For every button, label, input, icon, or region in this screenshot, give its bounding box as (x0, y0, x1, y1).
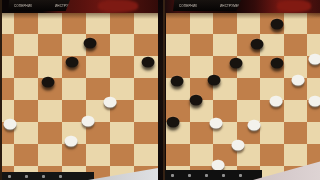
square[interactable] (110, 34, 134, 56)
menu-item-opponent[interactable]: СОПЕРНИК (179, 4, 197, 7)
square[interactable] (14, 144, 38, 166)
checker-piece-white[interactable]: ● (302, 92, 320, 108)
square[interactable] (134, 144, 158, 166)
right-top-background: СОПЕРНИК ИНСТРУМЕНТЫ (165, 0, 320, 13)
square[interactable] (190, 12, 214, 34)
square[interactable] (190, 34, 214, 56)
checker-piece-black[interactable]: ● (59, 53, 85, 69)
square[interactable] (14, 34, 38, 56)
square[interactable] (0, 56, 14, 78)
menu-item-opponent[interactable]: СОПЕРНИК (14, 4, 32, 7)
square[interactable] (237, 78, 261, 100)
left-bottom-bar (2, 172, 94, 180)
checker-piece-black[interactable]: ● (35, 73, 61, 89)
checker-piece-black[interactable]: ● (264, 54, 290, 70)
square[interactable] (284, 144, 308, 166)
square[interactable] (38, 100, 62, 122)
square[interactable] (86, 144, 110, 166)
background-red-shape (277, 0, 311, 12)
square[interactable] (110, 12, 134, 34)
menu-item-tools[interactable]: ИНСТРУМЕНТЫ (55, 4, 80, 7)
square[interactable] (86, 56, 110, 78)
square[interactable] (0, 34, 14, 56)
square[interactable] (307, 122, 320, 144)
checker-piece-white[interactable]: ● (58, 132, 84, 148)
square[interactable] (110, 166, 134, 180)
right-menu-bar: СОПЕРНИК ИНСТРУМЕНТЫ (173, 0, 241, 11)
checker-piece-black[interactable]: ● (183, 91, 209, 107)
square[interactable] (62, 78, 86, 100)
square[interactable] (307, 166, 320, 180)
square[interactable] (110, 56, 134, 78)
checker-piece-white[interactable]: ● (97, 93, 123, 109)
square[interactable] (260, 166, 284, 180)
taskbar-mark-icon (222, 174, 225, 177)
checker-piece-white[interactable]: ● (302, 50, 320, 66)
square[interactable] (0, 12, 14, 34)
square[interactable] (134, 78, 158, 100)
square[interactable] (134, 12, 158, 34)
square[interactable] (284, 166, 308, 180)
square[interactable] (14, 12, 38, 34)
checker-piece-black[interactable]: ● (244, 35, 270, 51)
square[interactable] (134, 166, 158, 180)
checker-piece-black[interactable]: ● (223, 54, 249, 70)
square[interactable] (0, 78, 14, 100)
square[interactable] (166, 144, 190, 166)
right-game-window: ●●●●●●●●●●●●●●●● СОПЕРНИК ИНСТРУМЕНТЫ (163, 0, 320, 180)
square[interactable] (110, 144, 134, 166)
taskbar-mark-icon (171, 174, 174, 177)
taskbar-mark-icon (205, 174, 208, 177)
checker-piece-white[interactable]: ● (0, 115, 23, 131)
checker-piece-white[interactable]: ● (285, 71, 311, 87)
square[interactable] (38, 12, 62, 34)
square[interactable] (166, 12, 190, 34)
square[interactable] (307, 144, 320, 166)
square[interactable] (307, 12, 320, 34)
left-menu-bar: СОПЕРНИК ИНСТРУМЕНТЫ (8, 0, 70, 11)
checker-piece-black[interactable]: ● (163, 113, 186, 129)
left-game-window: ●●●●●●●● СОПЕРНИК ИНСТРУМЕНТЫ (0, 0, 158, 180)
square[interactable] (213, 12, 237, 34)
square[interactable] (166, 34, 190, 56)
square[interactable] (134, 122, 158, 144)
taskbar-mark-icon (8, 175, 11, 178)
taskbar-mark-icon (188, 174, 191, 177)
checker-piece-white[interactable]: ● (203, 114, 229, 130)
checker-piece-white[interactable]: ● (225, 136, 251, 152)
square[interactable] (134, 100, 158, 122)
square[interactable] (110, 122, 134, 144)
taskbar-mark-icon (239, 174, 242, 177)
square[interactable] (260, 144, 284, 166)
taskbar-mark-icon (42, 175, 45, 178)
screen: ●●●●●●●● СОПЕРНИК ИНСТРУМЕНТЫ ●●●●●●●●●●… (0, 0, 320, 180)
square[interactable] (0, 144, 14, 166)
square[interactable] (284, 122, 308, 144)
checker-piece-black[interactable]: ● (264, 15, 290, 31)
menu-item-tools[interactable]: ИНСТРУМЕНТЫ (220, 4, 245, 7)
left-top-background: СОПЕРНИК ИНСТРУМЕНТЫ (2, 0, 158, 13)
right-bottom-bar (165, 170, 262, 180)
taskbar-mark-icon (25, 175, 28, 178)
taskbar-mark-icon (59, 175, 62, 178)
checker-piece-white[interactable]: ● (263, 92, 289, 108)
background-red-shape (98, 0, 138, 12)
checker-piece-black[interactable]: ● (135, 53, 158, 69)
